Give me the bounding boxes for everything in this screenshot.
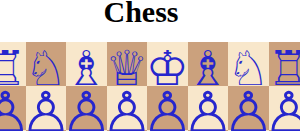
- board-square[interactable]: ♙: [269, 86, 301, 130]
- chess-board: ♖♘♗♕♔♗♘♖♙♙♙♙♙♙♙♙: [0, 42, 300, 131]
- page: Chess ♖♘♗♕♔♗♘♖♙♙♙♙♙♙♙♙: [0, 0, 300, 131]
- pawn-piece: ♙: [263, 84, 300, 131]
- page-title: Chess: [0, 0, 282, 27]
